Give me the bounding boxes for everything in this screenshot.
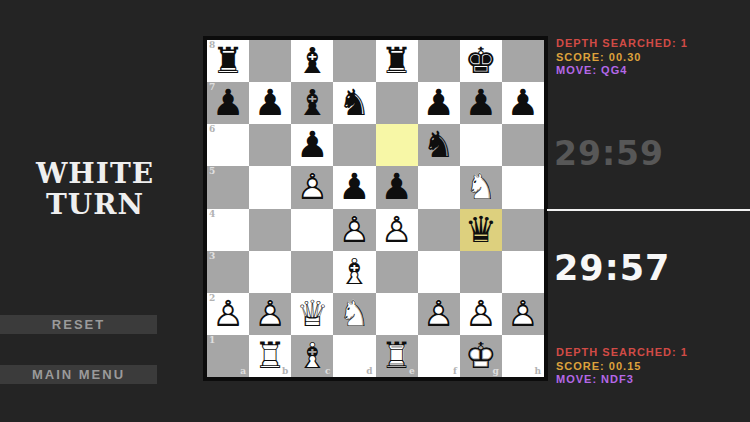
piece-glyph: ♟: [207, 85, 249, 121]
piece-white-pawn[interactable]: ♟♙: [502, 293, 544, 335]
square-h1[interactable]: h: [502, 335, 544, 377]
square-b2[interactable]: ♟♙: [249, 293, 291, 335]
piece-glyph: ♞: [418, 127, 460, 163]
square-a5[interactable]: 5: [207, 166, 249, 208]
piece-black-knight[interactable]: ♞: [418, 124, 460, 166]
file-label: d: [366, 367, 372, 376]
main-menu-button[interactable]: MAIN MENU: [0, 365, 157, 384]
square-g1[interactable]: g♚♔: [460, 335, 502, 377]
piece-glyph-outline: ♙: [207, 296, 249, 332]
piece-black-pawn[interactable]: ♟: [418, 82, 460, 124]
move-text-bottom: MOVE: NDF3: [556, 373, 750, 387]
square-g8[interactable]: ♚: [460, 40, 502, 82]
file-label: h: [534, 367, 541, 376]
piece-glyph: ♟: [249, 85, 291, 121]
piece-glyph-outline: ♙: [291, 169, 333, 205]
square-h7[interactable]: ♟: [502, 82, 544, 124]
square-e5[interactable]: ♟: [376, 166, 418, 208]
chess-board[interactable]: 8♜♝♜♚7♟♟♝♞♟♟♟6♟♞5♟♙♟♟♞♘4♟♙♟♙♛3♝♗2♟♙♟♙♛♕♞…: [203, 36, 548, 381]
square-b5[interactable]: [249, 166, 291, 208]
square-f2[interactable]: ♟♙: [418, 293, 460, 335]
square-e4[interactable]: ♟♙: [376, 209, 418, 251]
piece-white-rook[interactable]: ♜♖: [376, 335, 418, 377]
square-h6[interactable]: [502, 124, 544, 166]
piece-black-queen[interactable]: ♛: [460, 209, 502, 251]
square-f1[interactable]: f: [418, 335, 460, 377]
piece-glyph-outline: ♙: [502, 296, 544, 332]
rank-label: 1: [209, 336, 215, 345]
piece-glyph-outline: ♙: [333, 212, 375, 248]
move-text-top: MOVE: QG4: [556, 64, 750, 78]
square-d1[interactable]: d: [333, 335, 375, 377]
game-screen: WHITE TURN RESET MAIN MENU 8♜♝♜♚7♟♟♝♞♟♟♟…: [0, 0, 750, 422]
square-g2[interactable]: ♟♙: [460, 293, 502, 335]
piece-white-queen[interactable]: ♛♕: [291, 293, 333, 335]
square-a2[interactable]: 2♟♙: [207, 293, 249, 335]
square-a3[interactable]: 3: [207, 251, 249, 293]
turn-indicator-line2: TURN: [0, 189, 190, 220]
piece-glyph: ♛: [460, 212, 502, 248]
square-h2[interactable]: ♟♙: [502, 293, 544, 335]
score-text-bottom: SCORE: 00.15: [556, 360, 750, 374]
square-d2[interactable]: ♞♘: [333, 293, 375, 335]
piece-white-pawn[interactable]: ♟♙: [460, 293, 502, 335]
piece-glyph: ♟: [460, 85, 502, 121]
engine-info-top: DEPTH SEARCHED: 1 SCORE: 00.30 MOVE: QG4: [556, 37, 750, 78]
square-d7[interactable]: ♞: [333, 82, 375, 124]
square-h4[interactable]: [502, 209, 544, 251]
piece-white-bishop[interactable]: ♝♗: [333, 251, 375, 293]
square-e8[interactable]: ♜: [376, 40, 418, 82]
square-a7[interactable]: 7♟: [207, 82, 249, 124]
square-f4[interactable]: [418, 209, 460, 251]
square-e1[interactable]: e♜♖: [376, 335, 418, 377]
square-d8[interactable]: [333, 40, 375, 82]
square-e6[interactable]: [376, 124, 418, 166]
piece-glyph: ♚: [460, 43, 502, 79]
piece-glyph-outline: ♙: [418, 296, 460, 332]
square-c8[interactable]: ♝: [291, 40, 333, 82]
piece-white-pawn[interactable]: ♟♙: [418, 293, 460, 335]
piece-white-pawn[interactable]: ♟♙: [376, 209, 418, 251]
piece-white-knight[interactable]: ♞♘: [460, 166, 502, 208]
square-d6[interactable]: [333, 124, 375, 166]
square-b3[interactable]: [249, 251, 291, 293]
square-b4[interactable]: [249, 209, 291, 251]
piece-black-bishop[interactable]: ♝: [291, 40, 333, 82]
square-b7[interactable]: ♟: [249, 82, 291, 124]
piece-white-pawn[interactable]: ♟♙: [333, 209, 375, 251]
piece-glyph-outline: ♖: [376, 338, 418, 374]
rank-label: 3: [209, 252, 215, 261]
piece-black-knight[interactable]: ♞: [333, 82, 375, 124]
square-c4[interactable]: [291, 209, 333, 251]
square-g7[interactable]: ♟: [460, 82, 502, 124]
depth-searched-text-bottom: DEPTH SEARCHED: 1: [556, 346, 750, 360]
square-e2[interactable]: [376, 293, 418, 335]
piece-white-pawn[interactable]: ♟♙: [291, 166, 333, 208]
rank-label: 4: [209, 210, 215, 219]
piece-glyph: ♟: [333, 169, 375, 205]
square-c7[interactable]: ♝: [291, 82, 333, 124]
piece-glyph-outline: ♙: [376, 212, 418, 248]
piece-black-pawn[interactable]: ♟: [502, 82, 544, 124]
piece-black-pawn[interactable]: ♟: [376, 166, 418, 208]
white-clock: 29:57: [554, 248, 670, 288]
piece-white-rook[interactable]: ♜♖: [249, 335, 291, 377]
piece-black-rook[interactable]: ♜: [207, 40, 249, 82]
square-d3[interactable]: ♝♗: [333, 251, 375, 293]
piece-black-pawn[interactable]: ♟: [249, 82, 291, 124]
piece-glyph-outline: ♗: [333, 254, 375, 290]
piece-glyph: ♟: [291, 127, 333, 163]
piece-glyph: ♜: [376, 43, 418, 79]
square-a6[interactable]: 6: [207, 124, 249, 166]
piece-glyph-outline: ♗: [291, 338, 333, 374]
engine-info-bottom: DEPTH SEARCHED: 1 SCORE: 00.15 MOVE: NDF…: [556, 346, 750, 387]
square-g3[interactable]: [460, 251, 502, 293]
piece-glyph: ♜: [207, 43, 249, 79]
square-f3[interactable]: [418, 251, 460, 293]
rank-label: 5: [209, 167, 215, 176]
piece-black-bishop[interactable]: ♝: [291, 82, 333, 124]
square-c5[interactable]: ♟♙: [291, 166, 333, 208]
depth-searched-text-top: DEPTH SEARCHED: 1: [556, 37, 750, 51]
piece-glyph-outline: ♖: [249, 338, 291, 374]
clock-divider: [547, 209, 750, 211]
square-b1[interactable]: b♜♖: [249, 335, 291, 377]
square-f5[interactable]: [418, 166, 460, 208]
piece-glyph-outline: ♘: [460, 169, 502, 205]
piece-glyph: ♝: [291, 43, 333, 79]
square-h3[interactable]: [502, 251, 544, 293]
piece-black-pawn[interactable]: ♟: [460, 82, 502, 124]
square-h5[interactable]: [502, 166, 544, 208]
file-label: a: [240, 367, 246, 376]
square-f6[interactable]: ♞: [418, 124, 460, 166]
piece-glyph: ♟: [502, 85, 544, 121]
piece-black-king[interactable]: ♚: [460, 40, 502, 82]
piece-glyph-outline: ♕: [291, 296, 333, 332]
file-label: f: [453, 367, 457, 376]
piece-glyph-outline: ♙: [249, 296, 291, 332]
piece-glyph: ♟: [376, 169, 418, 205]
piece-glyph-outline: ♘: [333, 296, 375, 332]
square-b8[interactable]: [249, 40, 291, 82]
square-h8[interactable]: [502, 40, 544, 82]
square-a4[interactable]: 4: [207, 209, 249, 251]
square-g5[interactable]: ♞♘: [460, 166, 502, 208]
piece-black-pawn[interactable]: ♟: [291, 124, 333, 166]
score-text-top: SCORE: 00.30: [556, 51, 750, 65]
piece-glyph: ♝: [291, 85, 333, 121]
piece-black-pawn[interactable]: ♟: [207, 82, 249, 124]
piece-black-pawn[interactable]: ♟: [333, 166, 375, 208]
square-f8[interactable]: [418, 40, 460, 82]
black-clock: 29:59: [554, 134, 664, 173]
piece-white-pawn[interactable]: ♟♙: [207, 293, 249, 335]
piece-glyph: ♞: [333, 85, 375, 121]
square-g6[interactable]: [460, 124, 502, 166]
piece-white-pawn[interactable]: ♟♙: [249, 293, 291, 335]
square-a1[interactable]: 1a: [207, 335, 249, 377]
piece-white-bishop[interactable]: ♝♗: [291, 335, 333, 377]
square-c1[interactable]: c♝♗: [291, 335, 333, 377]
turn-indicator-line1: WHITE: [0, 158, 190, 189]
rank-label: 6: [209, 125, 215, 134]
square-e7[interactable]: [376, 82, 418, 124]
square-d4[interactable]: ♟♙: [333, 209, 375, 251]
piece-black-rook[interactable]: ♜: [376, 40, 418, 82]
piece-glyph-outline: ♔: [460, 338, 502, 374]
square-f7[interactable]: ♟: [418, 82, 460, 124]
square-c3[interactable]: [291, 251, 333, 293]
reset-button[interactable]: RESET: [0, 315, 157, 334]
piece-glyph: ♟: [418, 85, 460, 121]
piece-white-king[interactable]: ♚♔: [460, 335, 502, 377]
square-g4[interactable]: ♛: [460, 209, 502, 251]
piece-glyph-outline: ♙: [460, 296, 502, 332]
square-c6[interactable]: ♟: [291, 124, 333, 166]
square-c2[interactable]: ♛♕: [291, 293, 333, 335]
square-a8[interactable]: 8♜: [207, 40, 249, 82]
piece-white-knight[interactable]: ♞♘: [333, 293, 375, 335]
square-b6[interactable]: [249, 124, 291, 166]
turn-indicator: WHITE TURN: [0, 158, 190, 220]
square-d5[interactable]: ♟: [333, 166, 375, 208]
square-e3[interactable]: [376, 251, 418, 293]
